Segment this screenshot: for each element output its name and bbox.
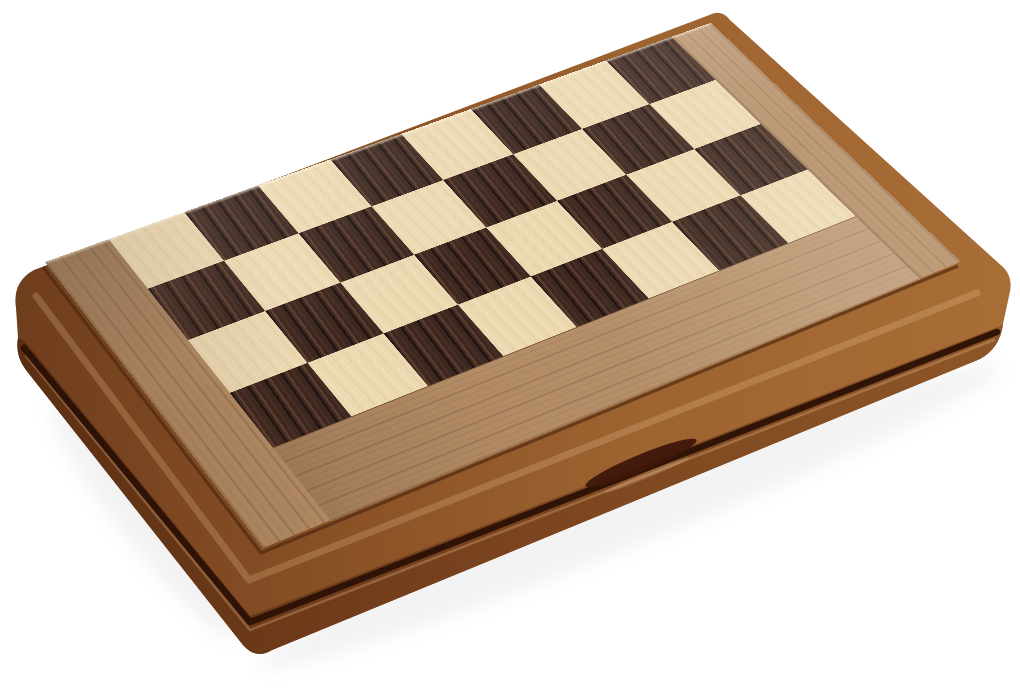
chess-case-photo: [0, 0, 1020, 694]
